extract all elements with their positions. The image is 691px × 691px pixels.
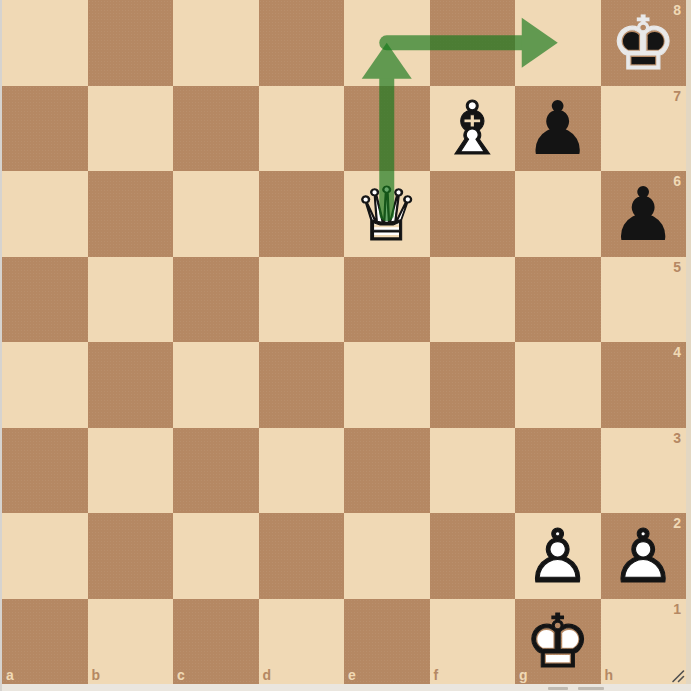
square-a1[interactable]: a — [2, 599, 88, 685]
white-bishop-outline-glyph: ♗ — [430, 86, 516, 172]
rank-label-5: 5 — [673, 260, 681, 274]
piece-black-pawn-h6[interactable]: ♟ — [601, 171, 687, 257]
square-g8[interactable] — [515, 0, 601, 86]
cropped-page-content — [548, 687, 568, 690]
square-d7[interactable] — [259, 86, 345, 172]
square-c8[interactable] — [173, 0, 259, 86]
square-c3[interactable] — [173, 428, 259, 514]
square-d4[interactable] — [259, 342, 345, 428]
black-pawn-glyph: ♟ — [515, 86, 601, 172]
board-resize-handle-icon[interactable] — [670, 668, 686, 684]
file-label-a: a — [6, 668, 14, 682]
square-d3[interactable] — [259, 428, 345, 514]
square-h4[interactable]: 4 — [601, 342, 687, 428]
square-g6[interactable] — [515, 171, 601, 257]
square-e4[interactable] — [344, 342, 430, 428]
square-f4[interactable] — [430, 342, 516, 428]
square-c2[interactable] — [173, 513, 259, 599]
square-b3[interactable] — [88, 428, 174, 514]
square-c5[interactable] — [173, 257, 259, 343]
lichess-board-page: 8765432abcdefg1h ♚♔♝♗♟♛♕♟♟♙♟♙♚♔ — [0, 0, 691, 691]
square-g3[interactable] — [515, 428, 601, 514]
square-a8[interactable] — [2, 0, 88, 86]
square-h3[interactable]: 3 — [601, 428, 687, 514]
rank-label-1: 1 — [673, 602, 681, 616]
file-label-f: f — [434, 668, 439, 682]
black-pawn-glyph: ♟ — [601, 171, 687, 257]
piece-black-king-h8[interactable]: ♚♔ — [601, 0, 687, 86]
white-pawn-outline-glyph: ♙ — [515, 513, 601, 599]
file-label-d: d — [263, 668, 272, 682]
square-a5[interactable] — [2, 257, 88, 343]
white-queen-outline-glyph: ♕ — [344, 171, 430, 257]
square-c4[interactable] — [173, 342, 259, 428]
square-e5[interactable] — [344, 257, 430, 343]
square-c6[interactable] — [173, 171, 259, 257]
square-d2[interactable] — [259, 513, 345, 599]
square-a3[interactable] — [2, 428, 88, 514]
piece-white-pawn-h2[interactable]: ♟♙ — [601, 513, 687, 599]
file-label-e: e — [348, 668, 356, 682]
square-h7[interactable]: 7 — [601, 86, 687, 172]
square-b2[interactable] — [88, 513, 174, 599]
square-a2[interactable] — [2, 513, 88, 599]
rank-label-3: 3 — [673, 431, 681, 445]
square-f2[interactable] — [430, 513, 516, 599]
square-h5[interactable]: 5 — [601, 257, 687, 343]
square-d8[interactable] — [259, 0, 345, 86]
piece-black-pawn-g7[interactable]: ♟ — [515, 86, 601, 172]
black-king-outline-glyph: ♔ — [601, 0, 687, 86]
square-e2[interactable] — [344, 513, 430, 599]
square-b8[interactable] — [88, 0, 174, 86]
square-c7[interactable] — [173, 86, 259, 172]
square-e3[interactable] — [344, 428, 430, 514]
square-f1[interactable]: f — [430, 599, 516, 685]
square-b6[interactable] — [88, 171, 174, 257]
piece-white-bishop-f7[interactable]: ♝♗ — [430, 86, 516, 172]
square-g5[interactable] — [515, 257, 601, 343]
square-d1[interactable]: d — [259, 599, 345, 685]
square-a7[interactable] — [2, 86, 88, 172]
square-f3[interactable] — [430, 428, 516, 514]
file-label-b: b — [92, 668, 101, 682]
square-f6[interactable] — [430, 171, 516, 257]
square-f5[interactable] — [430, 257, 516, 343]
piece-white-pawn-g2[interactable]: ♟♙ — [515, 513, 601, 599]
square-d5[interactable] — [259, 257, 345, 343]
square-e8[interactable] — [344, 0, 430, 86]
square-a4[interactable] — [2, 342, 88, 428]
square-c1[interactable]: c — [173, 599, 259, 685]
piece-white-king-g1[interactable]: ♚♔ — [515, 599, 601, 685]
page-right-background — [686, 0, 691, 684]
piece-white-queen-e6[interactable]: ♛♕ — [344, 171, 430, 257]
white-pawn-outline-glyph: ♙ — [601, 513, 687, 599]
square-e7[interactable] — [344, 86, 430, 172]
square-a6[interactable] — [2, 171, 88, 257]
file-label-h: h — [605, 668, 614, 682]
square-b7[interactable] — [88, 86, 174, 172]
square-f8[interactable] — [430, 0, 516, 86]
square-e1[interactable]: e — [344, 599, 430, 685]
rank-label-4: 4 — [673, 345, 681, 359]
cropped-page-content — [578, 687, 604, 690]
file-label-c: c — [177, 668, 185, 682]
square-d6[interactable] — [259, 171, 345, 257]
white-king-outline-glyph: ♔ — [515, 599, 601, 685]
square-b4[interactable] — [88, 342, 174, 428]
square-b5[interactable] — [88, 257, 174, 343]
rank-label-7: 7 — [673, 89, 681, 103]
square-g4[interactable] — [515, 342, 601, 428]
square-b1[interactable]: b — [88, 599, 174, 685]
